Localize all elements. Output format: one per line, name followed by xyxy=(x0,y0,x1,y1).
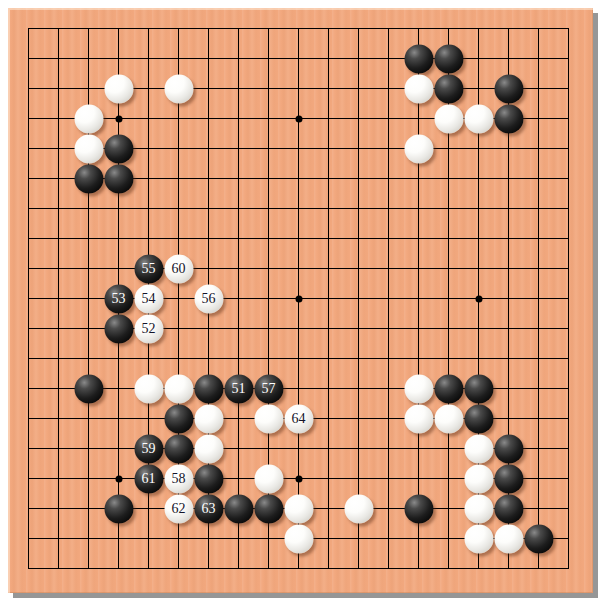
white-stone[interactable] xyxy=(254,464,283,493)
white-stone[interactable] xyxy=(464,464,493,493)
move-number-label: 59 xyxy=(142,442,156,456)
grid-line-vertical xyxy=(568,28,569,569)
black-stone[interactable] xyxy=(464,404,493,433)
black-stone[interactable] xyxy=(104,494,133,523)
black-stone[interactable] xyxy=(164,434,193,463)
grid-line-vertical xyxy=(538,28,539,569)
grid-line-horizontal xyxy=(28,358,569,359)
black-stone-move-63[interactable]: 63 xyxy=(194,494,223,523)
black-stone[interactable] xyxy=(464,374,493,403)
white-stone-move-54[interactable]: 54 xyxy=(134,284,163,313)
black-stone[interactable] xyxy=(494,434,523,463)
black-stone[interactable] xyxy=(74,374,103,403)
black-stone[interactable] xyxy=(224,494,253,523)
move-number-label: 56 xyxy=(202,292,216,306)
black-stone[interactable] xyxy=(104,314,133,343)
black-stone-move-59[interactable]: 59 xyxy=(134,434,163,463)
black-stone[interactable] xyxy=(74,164,103,193)
white-stone[interactable] xyxy=(134,374,163,403)
star-point xyxy=(115,475,122,482)
white-stone[interactable] xyxy=(284,524,313,553)
black-stone[interactable] xyxy=(434,74,463,103)
black-stone-move-55[interactable]: 55 xyxy=(134,254,163,283)
white-stone[interactable] xyxy=(104,74,133,103)
white-stone-move-64[interactable]: 64 xyxy=(284,404,313,433)
white-stone[interactable] xyxy=(344,494,373,523)
grid-line-vertical xyxy=(328,28,329,569)
white-stone[interactable] xyxy=(434,104,463,133)
black-stone[interactable] xyxy=(404,44,433,73)
black-stone[interactable] xyxy=(194,464,223,493)
black-stone[interactable] xyxy=(194,374,223,403)
white-stone[interactable] xyxy=(404,134,433,163)
move-number-label: 53 xyxy=(112,292,126,306)
black-stone[interactable] xyxy=(494,494,523,523)
white-stone[interactable] xyxy=(404,74,433,103)
white-stone[interactable] xyxy=(194,404,223,433)
move-number-label: 62 xyxy=(172,502,186,516)
move-number-label: 61 xyxy=(142,472,156,486)
black-stone[interactable] xyxy=(494,464,523,493)
white-stone[interactable] xyxy=(254,404,283,433)
move-number-label: 58 xyxy=(172,472,186,486)
black-stone[interactable] xyxy=(254,494,283,523)
black-stone-move-61[interactable]: 61 xyxy=(134,464,163,493)
grid-line-vertical xyxy=(418,28,419,569)
move-number-label: 51 xyxy=(232,382,246,396)
move-number-label: 55 xyxy=(142,262,156,276)
white-stone-move-52[interactable]: 52 xyxy=(134,314,163,343)
white-stone[interactable] xyxy=(404,374,433,403)
star-point xyxy=(115,115,122,122)
white-stone[interactable] xyxy=(404,404,433,433)
white-stone[interactable] xyxy=(434,404,463,433)
black-stone-move-53[interactable]: 53 xyxy=(104,284,133,313)
white-stone-move-56[interactable]: 56 xyxy=(194,284,223,313)
black-stone[interactable] xyxy=(524,524,553,553)
grid-line-vertical xyxy=(358,28,359,569)
black-stone[interactable] xyxy=(434,44,463,73)
move-number-label: 63 xyxy=(202,502,216,516)
white-stone[interactable] xyxy=(164,374,193,403)
white-stone[interactable] xyxy=(74,134,103,163)
white-stone[interactable] xyxy=(284,494,313,523)
white-stone[interactable] xyxy=(164,74,193,103)
grid-line-vertical xyxy=(388,28,389,569)
white-stone[interactable] xyxy=(494,524,523,553)
white-stone[interactable] xyxy=(464,104,493,133)
black-stone[interactable] xyxy=(434,374,463,403)
move-number-label: 57 xyxy=(262,382,276,396)
black-stone[interactable] xyxy=(104,164,133,193)
go-board[interactable]: 5560535456525157645961586263 xyxy=(8,8,593,593)
black-stone-move-57[interactable]: 57 xyxy=(254,374,283,403)
move-number-label: 54 xyxy=(142,292,156,306)
black-stone-move-51[interactable]: 51 xyxy=(224,374,253,403)
black-stone[interactable] xyxy=(164,404,193,433)
grid-line-horizontal xyxy=(28,568,569,569)
star-point xyxy=(475,295,482,302)
black-stone[interactable] xyxy=(494,74,523,103)
star-point xyxy=(295,475,302,482)
white-stone[interactable] xyxy=(464,524,493,553)
white-stone-move-62[interactable]: 62 xyxy=(164,494,193,523)
white-stone[interactable] xyxy=(464,494,493,523)
white-stone[interactable] xyxy=(74,104,103,133)
star-point xyxy=(295,115,302,122)
black-stone[interactable] xyxy=(104,134,133,163)
white-stone[interactable] xyxy=(464,434,493,463)
white-stone[interactable] xyxy=(194,434,223,463)
move-number-label: 60 xyxy=(172,262,186,276)
black-stone[interactable] xyxy=(494,104,523,133)
white-stone-move-60[interactable]: 60 xyxy=(164,254,193,283)
page: 5560535456525157645961586263 xyxy=(0,0,600,600)
star-point xyxy=(295,295,302,302)
white-stone-move-58[interactable]: 58 xyxy=(164,464,193,493)
black-stone[interactable] xyxy=(404,494,433,523)
move-number-label: 64 xyxy=(292,412,306,426)
move-number-label: 52 xyxy=(142,322,156,336)
